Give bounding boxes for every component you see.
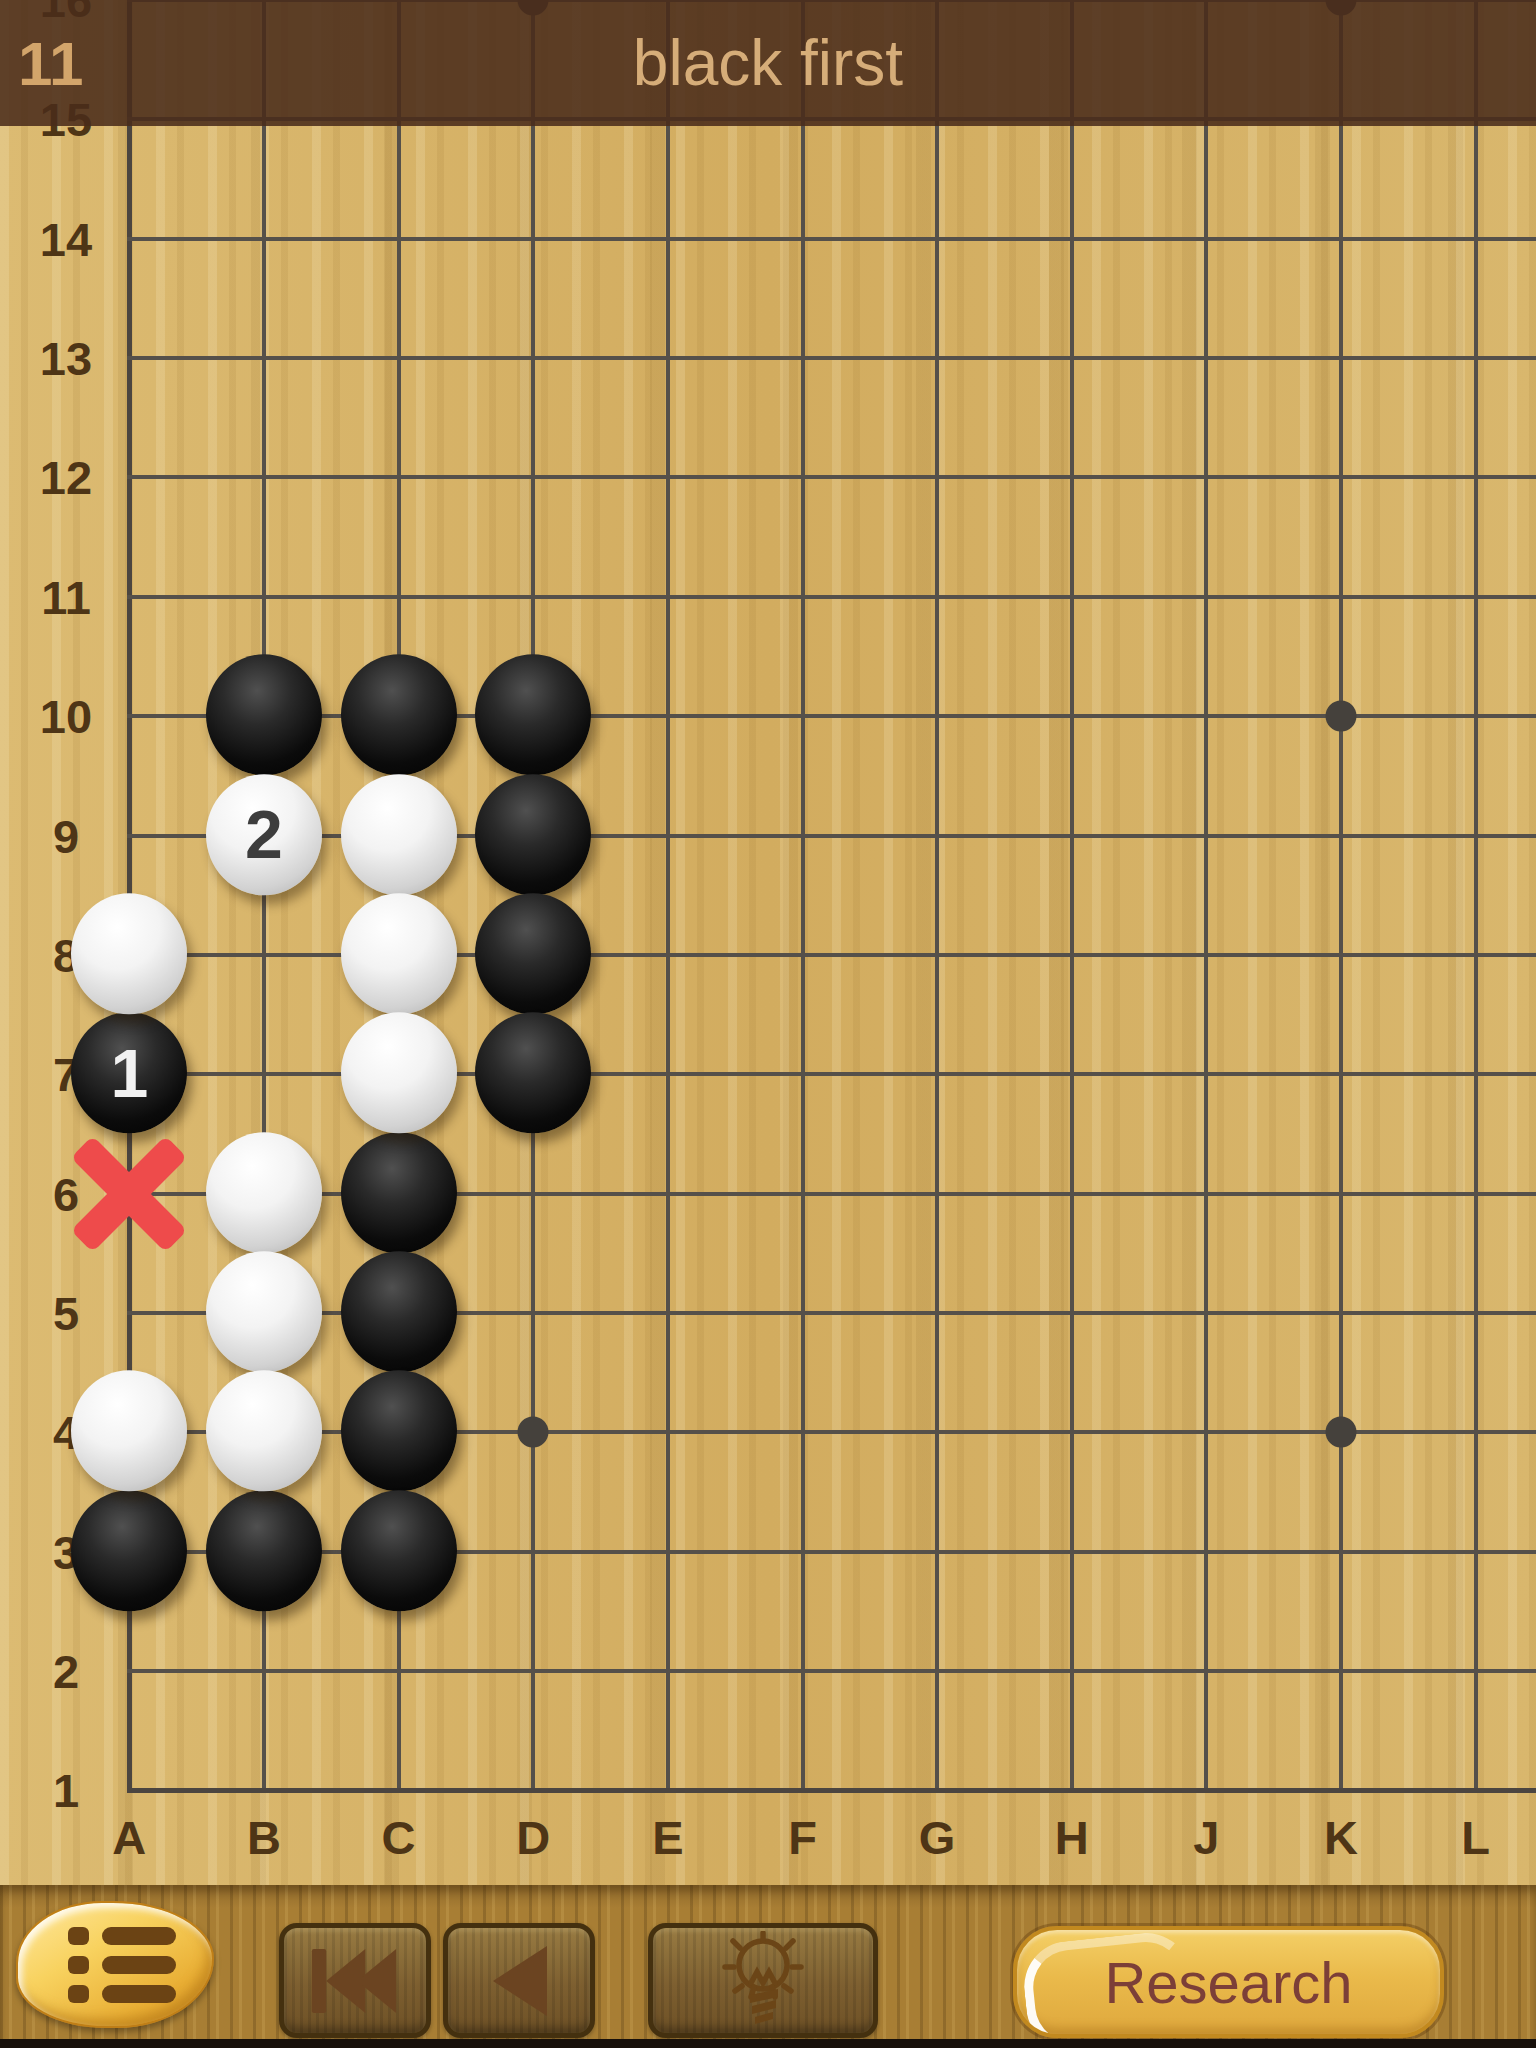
research-button[interactable]: Research xyxy=(1013,1926,1444,2038)
white-stone-B6 xyxy=(206,1132,322,1253)
black-stone-C3 xyxy=(341,1490,457,1611)
grid-line-col-K xyxy=(1339,0,1343,1793)
grid-line-row-12 xyxy=(127,475,1536,479)
grid-line-row-2 xyxy=(127,1669,1536,1673)
white-stone-C7 xyxy=(341,1012,457,1133)
grid-line-row-13 xyxy=(127,356,1536,360)
col-label-K: K xyxy=(1324,1810,1358,1865)
black-stone-D8 xyxy=(475,893,591,1014)
black-stone-A7: 1 xyxy=(71,1012,187,1133)
grid-line-col-L xyxy=(1474,0,1478,1793)
white-stone-B5 xyxy=(206,1251,322,1372)
move-number-label: 1 xyxy=(110,1039,148,1107)
black-stone-C6 xyxy=(341,1132,457,1253)
toolbar-bottom-strip xyxy=(0,2039,1536,2048)
skip-to-start-icon xyxy=(303,1945,407,2017)
black-stone-B10 xyxy=(206,654,322,775)
black-stone-D9 xyxy=(475,774,591,895)
go-board[interactable]: 12345678910111213141516ABCDEFGHJKL12 xyxy=(0,0,1536,2048)
row-label-11: 11 xyxy=(41,569,91,624)
row-label-14: 14 xyxy=(40,211,92,266)
grid-line-row-3 xyxy=(127,1550,1536,1554)
grid-line-row-14 xyxy=(127,237,1536,241)
hint-button[interactable] xyxy=(648,1923,878,2038)
col-label-C: C xyxy=(382,1810,416,1865)
menu-button[interactable] xyxy=(16,1901,214,2028)
black-stone-C5 xyxy=(341,1251,457,1372)
row-label-2: 2 xyxy=(53,1643,79,1698)
back-arrow-icon xyxy=(469,1941,569,2021)
back-button[interactable] xyxy=(443,1923,595,2038)
grid-line-row-5 xyxy=(127,1311,1536,1315)
rewind-button[interactable] xyxy=(279,1923,431,2038)
row-label-9: 9 xyxy=(53,808,79,863)
star-point-K10 xyxy=(1326,701,1357,732)
grid-line-row-7 xyxy=(127,1072,1536,1076)
app-screen: 12345678910111213141516ABCDEFGHJKL12 11 … xyxy=(0,0,1536,2048)
col-label-B: B xyxy=(247,1810,281,1865)
col-label-L: L xyxy=(1461,1810,1490,1865)
x-marker-A6 xyxy=(62,1127,196,1261)
white-stone-A4 xyxy=(71,1371,187,1492)
grid-line-col-J xyxy=(1204,0,1208,1793)
black-stone-C4 xyxy=(341,1371,457,1492)
star-point-K4 xyxy=(1326,1417,1357,1448)
move-number-label: 2 xyxy=(245,800,283,868)
black-stone-C10 xyxy=(341,654,457,775)
col-label-E: E xyxy=(652,1810,683,1865)
lightbulb-icon xyxy=(705,1931,821,2031)
white-stone-B4 xyxy=(206,1371,322,1492)
bottom-toolbar: Research xyxy=(0,1885,1536,2048)
grid-line-row-6 xyxy=(127,1192,1536,1196)
grid-line-row-8 xyxy=(127,953,1536,957)
col-label-J: J xyxy=(1193,1810,1219,1865)
row-label-12: 12 xyxy=(40,450,92,505)
col-label-H: H xyxy=(1055,1810,1089,1865)
col-label-D: D xyxy=(516,1810,550,1865)
black-stone-B3 xyxy=(206,1490,322,1611)
white-stone-A8 xyxy=(71,893,187,1014)
grid-line-row-1 xyxy=(127,1788,1536,1793)
row-label-5: 5 xyxy=(53,1285,79,1340)
white-stone-C9 xyxy=(341,774,457,895)
title-bar: 11 black first xyxy=(0,0,1536,126)
grid-line-row-11 xyxy=(127,595,1536,599)
grid-line-row-9 xyxy=(127,834,1536,838)
white-stone-B9: 2 xyxy=(206,774,322,895)
black-stone-A3 xyxy=(71,1490,187,1611)
white-stone-C8 xyxy=(341,893,457,1014)
grid-line-col-H xyxy=(1070,0,1074,1793)
grid-line-col-G xyxy=(935,0,939,1793)
row-label-1: 1 xyxy=(53,1763,79,1818)
black-stone-D10 xyxy=(475,654,591,775)
problem-title: black first xyxy=(0,26,1536,100)
grid-line-col-E xyxy=(666,0,670,1793)
col-label-A: A xyxy=(112,1810,146,1865)
star-point-D4 xyxy=(518,1417,549,1448)
row-label-10: 10 xyxy=(40,689,92,744)
row-label-13: 13 xyxy=(40,331,92,386)
col-label-G: G xyxy=(919,1810,956,1865)
research-button-label: Research xyxy=(1104,1949,1352,2016)
grid-line-col-F xyxy=(801,0,805,1793)
col-label-F: F xyxy=(788,1810,817,1865)
black-stone-D7 xyxy=(475,1012,591,1133)
